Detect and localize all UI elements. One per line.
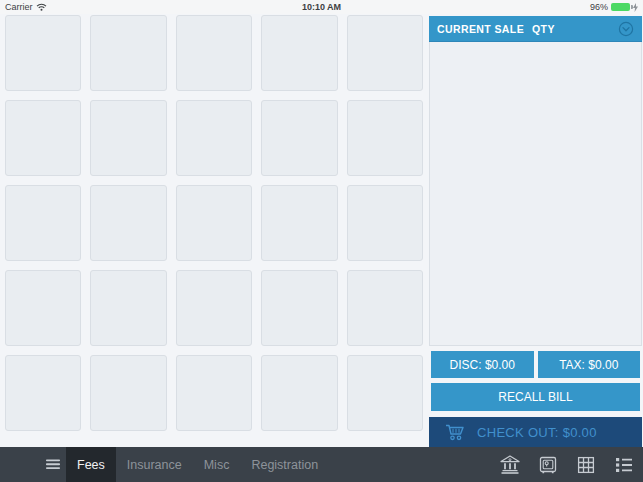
collapse-sale-button[interactable] [618, 21, 634, 37]
product-tile[interactable] [176, 185, 252, 261]
hamburger-icon [46, 458, 60, 471]
chevron-down-icon [618, 21, 634, 37]
product-tile[interactable] [5, 270, 81, 346]
product-tile[interactable] [176, 15, 252, 91]
bank-icon [499, 454, 521, 476]
charging-bolt-icon [633, 3, 638, 12]
tab-fees[interactable]: Fees [66, 447, 116, 482]
product-tile[interactable] [90, 100, 166, 176]
product-tile[interactable] [347, 355, 423, 431]
battery-percent: 96% [590, 2, 608, 12]
list-icon [613, 454, 635, 476]
product-tile[interactable] [261, 270, 337, 346]
bank-button[interactable] [499, 454, 521, 476]
cart-icon [445, 424, 465, 441]
product-tile[interactable] [176, 100, 252, 176]
sale-items-list[interactable] [429, 42, 642, 346]
product-tile[interactable] [261, 100, 337, 176]
product-tile[interactable] [261, 355, 337, 431]
list-view-button[interactable] [613, 454, 635, 476]
tab-registration[interactable]: Registration [240, 447, 329, 482]
recall-bill-button[interactable]: RECALL BILL [431, 383, 640, 411]
product-tile[interactable] [5, 185, 81, 261]
tax-button[interactable]: TAX: $0.00 [538, 351, 641, 378]
product-tile[interactable] [90, 270, 166, 346]
product-tile[interactable] [347, 185, 423, 261]
checkout-button[interactable]: CHECK OUT: $0.00 [429, 417, 642, 447]
product-tile[interactable] [90, 355, 166, 431]
clock: 10:10 AM [0, 2, 643, 12]
checkout-label: CHECK OUT: $0.00 [477, 425, 597, 440]
menu-button[interactable] [40, 447, 66, 482]
product-tile[interactable] [176, 355, 252, 431]
product-tile[interactable] [347, 100, 423, 176]
status-bar: Carrier 10:10 AM 96% [0, 0, 643, 14]
product-tile[interactable] [176, 270, 252, 346]
safe-icon [537, 454, 559, 476]
grid-view-button[interactable] [575, 454, 597, 476]
bottom-toolbar: Fees Insurance Misc Registration [0, 447, 643, 482]
product-tile[interactable] [5, 355, 81, 431]
product-tile[interactable] [5, 15, 81, 91]
product-tile[interactable] [90, 185, 166, 261]
tab-misc[interactable]: Misc [193, 447, 241, 482]
tab-insurance[interactable]: Insurance [116, 447, 193, 482]
safe-button[interactable] [537, 454, 559, 476]
qty-column-label: QTY [532, 23, 555, 35]
current-sale-header: CURRENT SALE QTY [429, 16, 642, 42]
product-tile[interactable] [261, 185, 337, 261]
current-sale-panel: CURRENT SALE QTY DISC: $0.00 TAX: $0.00 … [428, 14, 643, 447]
product-tile[interactable] [261, 15, 337, 91]
product-tile[interactable] [5, 100, 81, 176]
current-sale-title: CURRENT SALE [437, 23, 532, 35]
discount-button[interactable]: DISC: $0.00 [431, 351, 534, 378]
product-tile[interactable] [90, 15, 166, 91]
grid-icon [575, 454, 597, 476]
battery-icon [611, 3, 630, 11]
product-tile[interactable] [347, 15, 423, 91]
product-tile[interactable] [347, 270, 423, 346]
product-grid [0, 14, 428, 447]
